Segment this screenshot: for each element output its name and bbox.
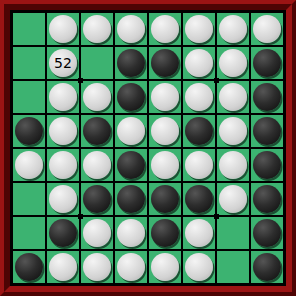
square-g6[interactable] — [217, 183, 249, 215]
star-point — [214, 214, 219, 219]
white-disc — [49, 185, 77, 213]
black-disc — [15, 253, 43, 281]
white-disc — [219, 83, 247, 111]
white-disc — [49, 117, 77, 145]
black-disc — [117, 185, 145, 213]
black-disc — [253, 219, 281, 247]
square-d5[interactable] — [115, 149, 147, 181]
square-c4[interactable] — [81, 115, 113, 147]
square-g1[interactable] — [217, 13, 249, 45]
square-d4[interactable] — [115, 115, 147, 147]
star-point — [214, 78, 219, 83]
square-d6[interactable] — [115, 183, 147, 215]
square-e7[interactable] — [149, 217, 181, 249]
board-frame-inner: 52 — [4, 4, 292, 292]
square-a4[interactable] — [13, 115, 45, 147]
black-disc — [117, 151, 145, 179]
square-d8[interactable] — [115, 251, 147, 283]
black-disc — [253, 185, 281, 213]
white-disc — [219, 185, 247, 213]
white-disc — [151, 253, 179, 281]
white-disc — [185, 253, 213, 281]
white-disc — [49, 15, 77, 43]
white-disc — [219, 15, 247, 43]
square-f5[interactable] — [183, 149, 215, 181]
square-h4[interactable] — [251, 115, 283, 147]
white-disc — [83, 83, 111, 111]
white-disc — [151, 151, 179, 179]
white-disc — [185, 151, 213, 179]
black-disc — [253, 253, 281, 281]
black-disc — [151, 49, 179, 77]
square-c8[interactable] — [81, 251, 113, 283]
square-b6[interactable] — [47, 183, 79, 215]
black-disc — [151, 185, 179, 213]
square-g8[interactable] — [217, 251, 249, 283]
square-g3[interactable] — [217, 81, 249, 113]
black-disc — [15, 117, 43, 145]
square-d7[interactable] — [115, 217, 147, 249]
white-disc — [185, 49, 213, 77]
square-d1[interactable] — [115, 13, 147, 45]
black-disc — [253, 151, 281, 179]
white-disc — [253, 15, 281, 43]
square-e8[interactable] — [149, 251, 181, 283]
square-h7[interactable] — [251, 217, 283, 249]
black-disc — [253, 83, 281, 111]
black-disc — [185, 185, 213, 213]
square-d2[interactable] — [115, 47, 147, 79]
square-h3[interactable] — [251, 81, 283, 113]
white-disc — [117, 253, 145, 281]
square-c7[interactable] — [81, 217, 113, 249]
black-disc — [253, 49, 281, 77]
white-disc — [83, 253, 111, 281]
square-h2[interactable] — [251, 47, 283, 79]
square-b8[interactable] — [47, 251, 79, 283]
square-a7[interactable] — [13, 217, 45, 249]
square-g2[interactable] — [217, 47, 249, 79]
square-b1[interactable] — [47, 13, 79, 45]
square-a3[interactable] — [13, 81, 45, 113]
black-disc — [185, 117, 213, 145]
square-g7[interactable] — [217, 217, 249, 249]
square-b2[interactable]: 52 — [47, 47, 79, 79]
white-disc — [219, 49, 247, 77]
white-disc — [151, 83, 179, 111]
square-c5[interactable] — [81, 149, 113, 181]
white-disc — [117, 219, 145, 247]
square-f8[interactable] — [183, 251, 215, 283]
square-f2[interactable] — [183, 47, 215, 79]
white-disc — [49, 253, 77, 281]
square-h8[interactable] — [251, 251, 283, 283]
square-e4[interactable] — [149, 115, 181, 147]
square-e5[interactable] — [149, 149, 181, 181]
star-point — [78, 214, 83, 219]
square-e2[interactable] — [149, 47, 181, 79]
square-g5[interactable] — [217, 149, 249, 181]
square-a2[interactable] — [13, 47, 45, 79]
black-disc — [83, 185, 111, 213]
white-disc — [185, 83, 213, 111]
white-disc — [83, 219, 111, 247]
black-disc — [83, 117, 111, 145]
square-e6[interactable] — [149, 183, 181, 215]
square-a6[interactable] — [13, 183, 45, 215]
square-a1[interactable] — [13, 13, 45, 45]
square-e3[interactable] — [149, 81, 181, 113]
white-disc — [83, 151, 111, 179]
black-disc — [151, 219, 179, 247]
square-h6[interactable] — [251, 183, 283, 215]
square-h1[interactable] — [251, 13, 283, 45]
white-disc-last-move: 52 — [49, 49, 77, 77]
square-f4[interactable] — [183, 115, 215, 147]
square-c6[interactable] — [81, 183, 113, 215]
black-disc — [49, 219, 77, 247]
black-disc — [117, 49, 145, 77]
square-c3[interactable] — [81, 81, 113, 113]
white-disc — [15, 151, 43, 179]
square-c2[interactable] — [81, 47, 113, 79]
square-e1[interactable] — [149, 13, 181, 45]
square-b3[interactable] — [47, 81, 79, 113]
white-disc — [117, 15, 145, 43]
square-h5[interactable] — [251, 149, 283, 181]
square-b4[interactable] — [47, 115, 79, 147]
square-c1[interactable] — [81, 13, 113, 45]
white-disc — [49, 83, 77, 111]
white-disc — [185, 15, 213, 43]
black-disc — [253, 117, 281, 145]
square-g4[interactable] — [217, 115, 249, 147]
white-disc — [151, 117, 179, 145]
white-disc — [49, 151, 77, 179]
square-d3[interactable] — [115, 81, 147, 113]
square-f6[interactable] — [183, 183, 215, 215]
white-disc — [83, 15, 111, 43]
square-a5[interactable] — [13, 149, 45, 181]
square-f3[interactable] — [183, 81, 215, 113]
black-disc — [117, 83, 145, 111]
square-f7[interactable] — [183, 217, 215, 249]
white-disc — [185, 219, 213, 247]
star-point — [78, 78, 83, 83]
white-disc — [219, 117, 247, 145]
square-b7[interactable] — [47, 217, 79, 249]
white-disc — [151, 15, 179, 43]
square-b5[interactable] — [47, 149, 79, 181]
othello-board: 52 — [10, 10, 286, 286]
board-frame: 52 — [0, 0, 296, 296]
square-f1[interactable] — [183, 13, 215, 45]
white-disc — [117, 117, 145, 145]
square-a8[interactable] — [13, 251, 45, 283]
white-disc — [219, 151, 247, 179]
